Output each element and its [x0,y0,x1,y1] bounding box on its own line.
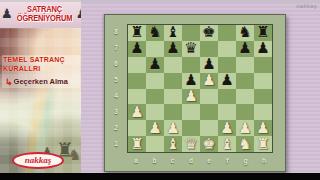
square-c2: ♟ [164,120,182,136]
sidebar: ♟ ♜ ♞ ♟ SATRANÇ ÖĞRENİYORUM ♟ TEMEL SATR… [0,0,81,173]
file-label-f: f [218,157,236,167]
white-bishop: ♝ [220,137,233,152]
square-h8: ♜ [254,25,272,41]
watermark-text: nakkaş [296,3,317,9]
show-title: SATRANÇ ÖĞRENİYORUM [16,5,71,24]
white-pawn: ♟ [148,121,161,136]
square-b7 [146,41,164,57]
black-queen: ♛ [184,41,197,56]
file-label-a: a [127,157,145,167]
square-c6 [164,57,182,73]
square-a7: ♟ [128,41,146,57]
square-d2 [182,120,200,136]
file-label-d: d [182,157,200,167]
black-pawn: ♟ [238,41,251,56]
right-pawn-icon: ♟ [76,8,81,20]
square-d8 [182,25,200,41]
square-d7: ♛ [182,41,200,57]
square-g4 [236,89,254,105]
square-e5: ♟ [200,73,218,89]
square-f2: ♟ [218,120,236,136]
square-b5 [146,73,164,89]
black-pawn: ♟ [130,41,143,56]
rank-label-1: 1 [105,135,127,151]
square-h3 [254,104,272,120]
branch-arrow-icon: ↳ [5,78,13,86]
left-pawn-icon: ♟ [1,8,13,20]
chess-board-frame: 87654321 ♜♞♝♚♞♜♟♟♛♟♟♟♟♟♟♟♟♟♟♟♟♟♟♜♝♛♚♝♞♜ … [104,14,286,172]
white-pawn: ♟ [256,121,269,136]
black-knight: ♞ [148,25,161,40]
square-h7: ♟ [254,41,272,57]
white-pawn: ♟ [238,121,251,136]
square-b6: ♟ [146,57,164,73]
white-pawn: ♟ [166,121,179,136]
square-g1: ♞ [236,136,254,152]
square-h5 [254,73,272,89]
square-a8: ♜ [128,25,146,41]
square-a2 [128,120,146,136]
knight-silhouette-icon: ♞ [68,146,81,164]
square-f5: ♟ [218,73,236,89]
black-rook: ♜ [130,25,143,40]
square-d5: ♟ [182,73,200,89]
black-pawn: ♟ [184,73,197,88]
square-a6 [128,57,146,73]
square-b4 [146,89,164,105]
black-pawn: ♟ [148,57,161,72]
letterbox-bar [0,173,320,180]
black-pawn: ♟ [166,41,179,56]
file-label-b: b [145,157,163,167]
title-bar: ♟ SATRANÇ ÖĞRENİYORUM ♟ [0,0,81,28]
square-d3 [182,104,200,120]
square-d1: ♛ [182,136,200,152]
file-label-h: h [255,157,273,167]
square-b1 [146,136,164,152]
rank-label-6: 6 [105,56,127,72]
square-e8: ♚ [200,25,218,41]
white-rook: ♜ [256,137,269,152]
white-king: ♚ [202,137,215,152]
square-h4 [254,89,272,105]
white-pawn: ♟ [220,121,233,136]
square-c1: ♝ [164,136,182,152]
square-h1: ♜ [254,136,272,152]
square-f8 [218,25,236,41]
rank-labels: 87654321 [105,24,127,151]
video-frame: ♟ ♜ ♞ ♟ SATRANÇ ÖĞRENİYORUM ♟ TEMEL SATR… [0,0,320,180]
black-knight: ♞ [238,25,251,40]
white-knight: ♞ [238,137,251,152]
square-a4 [128,89,146,105]
rank-label-5: 5 [105,72,127,88]
square-f4 [218,89,236,105]
square-c3 [164,104,182,120]
square-e2 [200,120,218,136]
square-a3: ♟ [128,104,146,120]
square-e7 [200,41,218,57]
title-line2: ÖĞRENİYORUM [16,13,71,23]
lesson-block: TEMEL SATRANÇ KURALLRI ↳ Geçerken Alma [2,55,80,88]
square-g7: ♟ [236,41,254,57]
black-king: ♚ [202,25,215,40]
rank-label-8: 8 [105,24,127,40]
square-f7 [218,41,236,57]
rank-label-7: 7 [105,40,127,56]
square-c8: ♝ [164,25,182,41]
white-pawn: ♟ [202,73,215,88]
square-b8: ♞ [146,25,164,41]
file-label-e: e [200,157,218,167]
square-f6 [218,57,236,73]
black-pawn: ♟ [202,57,215,72]
title-line1: SATRANÇ [27,4,62,14]
rank-label-4: 4 [105,88,127,104]
square-a1: ♜ [128,136,146,152]
square-g8: ♞ [236,25,254,41]
publisher-logo: nakkaş [12,152,64,169]
square-f1: ♝ [218,136,236,152]
file-labels: abcdefgh [127,157,273,167]
square-e6: ♟ [200,57,218,73]
board-squares: ♜♞♝♚♞♜♟♟♛♟♟♟♟♟♟♟♟♟♟♟♟♟♟♜♝♛♚♝♞♜ [127,24,273,153]
file-label-g: g [237,157,255,167]
square-b3 [146,104,164,120]
lesson-item-row: ↳ Geçerken Alma [3,77,80,86]
square-b2: ♟ [146,120,164,136]
white-pawn: ♟ [130,105,143,120]
black-bishop: ♝ [166,25,179,40]
white-queen: ♛ [184,137,197,152]
lesson-heading-line2: KURALLRI [3,65,40,72]
lesson-heading-line1: TEMEL SATRANÇ [3,56,65,63]
rank-label-2: 2 [105,119,127,135]
black-rook: ♜ [256,25,269,40]
square-g6 [236,57,254,73]
rank-label-3: 3 [105,103,127,119]
white-pawn: ♟ [184,89,197,104]
square-e1: ♚ [200,136,218,152]
lesson-heading: TEMEL SATRANÇ KURALLRI [3,56,80,73]
square-g2: ♟ [236,120,254,136]
black-pawn: ♟ [256,41,269,56]
square-e3 [200,104,218,120]
square-d4: ♟ [182,89,200,105]
black-pawn: ♟ [220,73,233,88]
square-g3 [236,104,254,120]
square-c7: ♟ [164,41,182,57]
square-c5 [164,73,182,89]
square-e4 [200,89,218,105]
lesson-item-label: Geçerken Alma [14,77,68,86]
square-f3 [218,104,236,120]
white-bishop: ♝ [166,137,179,152]
square-h2: ♟ [254,120,272,136]
square-h6 [254,57,272,73]
file-label-c: c [164,157,182,167]
square-d6 [182,57,200,73]
square-c4 [164,89,182,105]
square-a5 [128,73,146,89]
square-g5 [236,73,254,89]
publisher-logo-text: nakkaş [25,156,52,165]
white-rook: ♜ [130,137,143,152]
